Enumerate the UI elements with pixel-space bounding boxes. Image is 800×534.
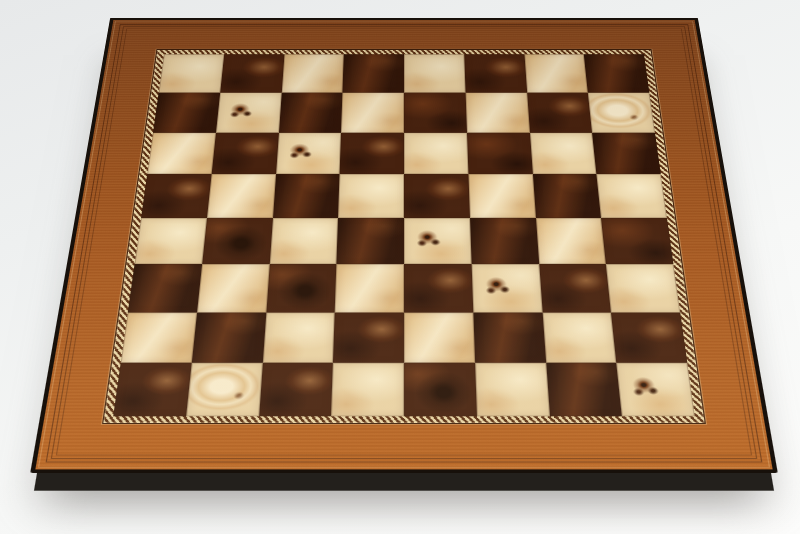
square-f7 bbox=[465, 92, 529, 132]
square-a2 bbox=[121, 312, 197, 363]
square-h2 bbox=[611, 312, 687, 363]
board-perspective-wrap bbox=[30, 18, 778, 473]
square-b7 bbox=[216, 92, 282, 132]
square-c3 bbox=[266, 264, 337, 312]
square-e2 bbox=[404, 312, 475, 363]
square-d3 bbox=[335, 264, 404, 312]
square-e5 bbox=[404, 174, 470, 218]
square-a3 bbox=[128, 264, 202, 312]
square-e6 bbox=[404, 132, 468, 174]
square-g6 bbox=[529, 132, 596, 174]
square-e7 bbox=[404, 92, 467, 132]
square-h3 bbox=[606, 264, 680, 312]
square-g1 bbox=[546, 363, 622, 416]
square-h1 bbox=[617, 363, 695, 416]
square-c2 bbox=[262, 312, 335, 363]
square-f4 bbox=[470, 218, 539, 264]
square-a8 bbox=[159, 54, 224, 92]
square-g7 bbox=[527, 92, 593, 132]
square-e8 bbox=[404, 54, 465, 92]
square-g2 bbox=[542, 312, 616, 363]
square-g3 bbox=[539, 264, 611, 312]
square-a6 bbox=[147, 132, 216, 174]
square-e4 bbox=[404, 218, 471, 264]
square-f3 bbox=[471, 264, 542, 312]
square-g5 bbox=[532, 174, 601, 218]
square-b3 bbox=[197, 264, 269, 312]
square-a4 bbox=[135, 218, 207, 264]
square-h4 bbox=[601, 218, 673, 264]
square-a7 bbox=[153, 92, 220, 132]
square-f5 bbox=[468, 174, 535, 218]
square-c6 bbox=[276, 132, 342, 174]
playing-field bbox=[113, 54, 695, 416]
square-d5 bbox=[338, 174, 404, 218]
square-b8 bbox=[220, 54, 284, 92]
square-c4 bbox=[269, 218, 338, 264]
square-h7 bbox=[588, 92, 655, 132]
mahogany-frame bbox=[35, 20, 772, 470]
square-b2 bbox=[191, 312, 265, 363]
square-a5 bbox=[141, 174, 211, 218]
square-e3 bbox=[404, 264, 473, 312]
square-d7 bbox=[341, 92, 404, 132]
square-d2 bbox=[333, 312, 404, 363]
square-c7 bbox=[279, 92, 343, 132]
square-e1 bbox=[404, 363, 477, 416]
square-f1 bbox=[475, 363, 550, 416]
square-h5 bbox=[597, 174, 667, 218]
square-c8 bbox=[281, 54, 344, 92]
square-b6 bbox=[211, 132, 278, 174]
square-g8 bbox=[524, 54, 588, 92]
square-c1 bbox=[259, 363, 334, 416]
square-b1 bbox=[186, 363, 262, 416]
square-g4 bbox=[536, 218, 607, 264]
square-d8 bbox=[343, 54, 404, 92]
photo-background bbox=[0, 0, 800, 534]
square-f2 bbox=[473, 312, 546, 363]
square-f6 bbox=[467, 132, 533, 174]
square-f8 bbox=[464, 54, 527, 92]
square-d6 bbox=[340, 132, 404, 174]
square-h8 bbox=[584, 54, 649, 92]
chess-board bbox=[30, 18, 778, 473]
square-b5 bbox=[207, 174, 276, 218]
square-h6 bbox=[592, 132, 661, 174]
square-c5 bbox=[273, 174, 340, 218]
square-b4 bbox=[202, 218, 273, 264]
square-d1 bbox=[331, 363, 404, 416]
square-a1 bbox=[113, 363, 191, 416]
square-d4 bbox=[337, 218, 404, 264]
